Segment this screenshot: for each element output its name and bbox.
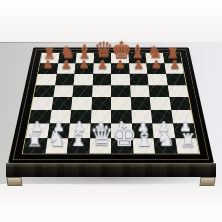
square-b3 — [49, 110, 71, 124]
piece-copper-rook: ♜ — [164, 47, 182, 61]
piece-copper-knight: ♞ — [58, 45, 76, 61]
piece-silver-pawn: ♟ — [132, 121, 153, 134]
square-c8: ♝ — [76, 53, 94, 63]
square-g3 — [151, 110, 173, 124]
square-b6 — [55, 74, 75, 85]
backdrop-table — [0, 184, 222, 222]
board-foot-right — [199, 177, 215, 186]
piece-silver-pawn: ♟ — [69, 121, 90, 134]
chess-board: ♜♞♝♛♚♝♞♜♟♟♟♟♟♟♟♟♟♟♟♟♟♟♟♟♜♞♝♛♚♝♞♜ — [8, 48, 214, 163]
square-b5 — [53, 85, 73, 97]
board-front-edge — [6, 163, 216, 177]
piece-silver-pawn: ♟ — [153, 121, 174, 134]
square-d5 — [92, 85, 111, 97]
square-c6 — [73, 74, 92, 85]
square-e3 — [111, 110, 132, 124]
square-h7: ♟ — [164, 63, 184, 74]
square-f1: ♝ — [132, 138, 155, 154]
square-h1: ♜ — [175, 138, 199, 154]
square-h3 — [171, 110, 194, 124]
square-a3 — [29, 110, 52, 124]
piece-silver-pawn: ♟ — [174, 121, 195, 134]
square-c7: ♟ — [75, 63, 94, 74]
square-c2: ♟ — [68, 123, 90, 138]
piece-copper-king: ♚ — [111, 39, 129, 61]
square-h8: ♜ — [163, 53, 182, 63]
square-d2: ♟ — [90, 123, 111, 138]
square-g8: ♞ — [145, 53, 164, 63]
square-f3 — [131, 110, 152, 124]
square-d8: ♛ — [93, 53, 111, 63]
square-h2: ♟ — [173, 123, 196, 138]
piece-copper-queen: ♛ — [93, 40, 111, 60]
square-c4 — [71, 97, 92, 110]
square-b8: ♞ — [58, 53, 77, 63]
square-g5 — [149, 85, 169, 97]
square-f6 — [129, 74, 148, 85]
square-g1: ♞ — [154, 138, 178, 154]
board-scene: ♜♞♝♛♚♝♞♜♟♟♟♟♟♟♟♟♟♟♟♟♟♟♟♟♜♞♝♛♚♝♞♜ — [8, 0, 214, 163]
square-d1: ♛ — [89, 138, 111, 154]
square-e2: ♟ — [111, 123, 132, 138]
square-d6 — [92, 74, 111, 85]
front-edge-reflections — [6, 164, 216, 177]
chess-set-product-photo: ♜♞♝♛♚♝♞♜♟♟♟♟♟♟♟♟♟♟♟♟♟♟♟♟♜♞♝♛♚♝♞♜ — [0, 0, 222, 222]
square-h6 — [166, 74, 186, 85]
square-e6 — [111, 74, 130, 85]
square-a1: ♜ — [23, 138, 47, 154]
piece-copper-knight: ♞ — [146, 45, 164, 61]
square-a5 — [34, 85, 55, 97]
square-c3 — [70, 110, 91, 124]
square-f7: ♟ — [129, 63, 148, 74]
square-a6 — [36, 74, 56, 85]
square-e5 — [111, 85, 130, 97]
square-f5 — [130, 85, 150, 97]
piece-silver-pawn: ♟ — [27, 121, 48, 134]
square-b2: ♟ — [47, 123, 70, 138]
square-a4 — [31, 97, 53, 110]
square-b4 — [51, 97, 72, 110]
piece-copper-bishop: ♝ — [76, 43, 94, 60]
square-c1: ♝ — [67, 138, 90, 154]
piece-silver-pawn: ♟ — [48, 121, 69, 134]
square-g7: ♟ — [146, 63, 165, 74]
square-e1: ♚ — [111, 138, 133, 154]
piece-silver-pawn: ♟ — [90, 121, 111, 134]
square-e4 — [111, 97, 131, 110]
piece-silver-pawn: ♟ — [111, 121, 132, 134]
board-grid: ♜♞♝♛♚♝♞♜♟♟♟♟♟♟♟♟♟♟♟♟♟♟♟♟♜♞♝♛♚♝♞♜ — [22, 53, 201, 155]
square-g2: ♟ — [152, 123, 175, 138]
square-d4 — [91, 97, 111, 110]
square-g4 — [150, 97, 171, 110]
square-h5 — [167, 85, 188, 97]
square-f4 — [130, 97, 151, 110]
square-e7: ♟ — [111, 63, 129, 74]
square-b7: ♟ — [56, 63, 75, 74]
square-e8: ♚ — [111, 53, 129, 63]
square-a8: ♜ — [40, 53, 59, 63]
square-a2: ♟ — [26, 123, 49, 138]
square-f2: ♟ — [132, 123, 154, 138]
square-d3 — [90, 110, 111, 124]
piece-copper-rook: ♜ — [41, 47, 59, 61]
piece-copper-bishop: ♝ — [129, 43, 147, 60]
square-f8: ♝ — [128, 53, 146, 63]
square-h4 — [169, 97, 191, 110]
square-g6 — [147, 74, 167, 85]
square-b1: ♞ — [45, 138, 69, 154]
square-a7: ♟ — [38, 63, 58, 74]
board-foot-left — [6, 177, 22, 186]
square-d7: ♟ — [93, 63, 111, 74]
square-c5 — [72, 85, 92, 97]
